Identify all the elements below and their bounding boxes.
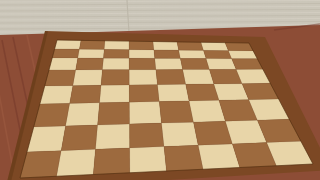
square-c6 [102, 58, 129, 70]
square-g7 [204, 50, 232, 58]
square-c3 [98, 102, 130, 125]
chess-video-frame: { "game": "chess", "scene": { "view": "p… [0, 0, 320, 180]
square-f7 [179, 50, 206, 58]
square-g8 [201, 42, 228, 50]
square-d2 [130, 123, 164, 148]
square-b2 [61, 125, 97, 151]
square-b7 [78, 49, 104, 58]
square-b6 [76, 58, 104, 70]
square-a5 [45, 70, 76, 86]
square-a8 [55, 40, 81, 49]
square-c5 [101, 70, 129, 86]
square-e7 [154, 50, 181, 59]
square-c8 [104, 41, 129, 50]
square-d5 [129, 70, 157, 85]
square-b1 [57, 149, 96, 176]
square-b4 [70, 85, 101, 103]
square-a4 [40, 86, 73, 104]
square-d1 [130, 147, 167, 173]
square-e2 [162, 122, 199, 146]
square-f4 [186, 84, 219, 101]
square-h8 [225, 43, 253, 51]
square-a6 [49, 58, 78, 70]
square-b8 [79, 40, 105, 49]
square-e6 [155, 58, 183, 69]
square-c4 [100, 85, 130, 103]
square-d3 [129, 102, 161, 125]
square-c7 [104, 50, 130, 59]
chess-board [5, 31, 320, 180]
square-g6 [206, 59, 236, 70]
square-d4 [129, 85, 159, 103]
square-h7 [228, 51, 257, 59]
square-f8 [177, 42, 204, 51]
square-e5 [156, 70, 186, 85]
square-d8 [129, 41, 154, 50]
square-c1 [93, 148, 130, 175]
square-c2 [96, 124, 130, 149]
square-e4 [158, 84, 190, 101]
square-f5 [183, 70, 214, 85]
square-b3 [66, 103, 100, 126]
square-e8 [153, 42, 179, 51]
square-d6 [129, 58, 156, 69]
square-a7 [52, 49, 79, 58]
square-e1 [164, 145, 203, 171]
square-e3 [159, 101, 193, 123]
square-b5 [73, 70, 103, 86]
chess-board-photo [0, 0, 320, 180]
square-d7 [129, 50, 155, 59]
square-f6 [180, 59, 209, 70]
